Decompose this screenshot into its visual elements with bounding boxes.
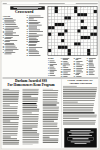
body-subhead — [23, 103, 37, 104]
body-text-line — [63, 116, 96, 117]
grid-cell — [94, 52, 97, 55]
clue-item: 8. — [48, 75, 59, 76]
body-text-line — [23, 116, 39, 117]
body-text-line — [23, 142, 39, 143]
clue-greek-bar — [5, 40, 17, 41]
clue-greek-bar — [76, 58, 81, 59]
body-text-line — [43, 90, 58, 91]
body-text-line — [23, 111, 39, 112]
cell-number: 23 — [84, 16, 85, 17]
crossword-title: Crossword — [2, 10, 46, 14]
article-left-headline: Durham Awarded $$$ For Homeowners Reno P… — [2, 79, 60, 87]
body-text-line — [43, 117, 58, 118]
clue-greek-bar — [4, 20, 15, 21]
body-text-line — [3, 137, 11, 138]
body-text-line — [3, 144, 19, 145]
cell-number: 6 — [68, 7, 69, 8]
body-text-line — [43, 119, 58, 120]
body-text-line — [43, 95, 58, 96]
clue-item: 43. — [74, 76, 85, 77]
body-text-line — [3, 108, 18, 109]
cell-number: 22 — [78, 16, 79, 17]
body-text-line — [3, 96, 19, 97]
body-text-line — [43, 99, 58, 100]
crossword-grid: 1234567891011121314151617181920212223242… — [48, 6, 98, 56]
headline-line-2: Antenna Operation — [69, 82, 92, 85]
cell-number: 14 — [58, 10, 59, 11]
body-text-line — [3, 98, 19, 99]
body-text-line — [23, 96, 32, 97]
body-text-line — [43, 131, 59, 132]
body-text-line — [23, 92, 39, 93]
clue-greek-bar — [29, 17, 43, 18]
body-text-line — [43, 139, 59, 140]
cell-number: 7 — [71, 7, 72, 8]
body-text-line — [63, 93, 96, 94]
body-text-line — [3, 131, 18, 132]
body-text-line — [3, 105, 10, 106]
cell-number: 2 — [52, 7, 53, 8]
body-text-line — [43, 108, 59, 109]
body-text-line — [23, 101, 38, 102]
cell-number: 51 — [49, 42, 50, 43]
body-text-line — [23, 119, 39, 120]
body-text-line — [23, 132, 37, 133]
body-text-line — [23, 130, 38, 131]
clue-item: 39. — [26, 22, 46, 24]
clue-greek-bar — [62, 58, 69, 59]
clue-greek-bar — [76, 76, 81, 77]
clue-greek-bar — [50, 75, 56, 76]
body-text-line — [43, 97, 58, 98]
body-text-line — [23, 89, 39, 90]
cell-number: 5 — [65, 7, 66, 8]
clue-greek-bar — [5, 37, 12, 38]
cell-number: 32 — [62, 26, 63, 27]
body-text-line — [3, 99, 19, 100]
cell-number: 53 — [49, 46, 50, 47]
body-text-line — [43, 133, 59, 134]
folio-date — [76, 3, 98, 4]
body-text-line — [3, 126, 19, 127]
body-text-line — [63, 107, 93, 108]
clue-greek-bar — [89, 60, 93, 61]
cell-number: 33 — [88, 26, 89, 27]
clue-item: 59. — [86, 74, 97, 75]
body-text-line — [3, 117, 19, 118]
body-text-line — [63, 120, 96, 121]
clue-greek-bar — [5, 28, 19, 29]
cell-number: 64 — [71, 52, 72, 53]
body-text-line — [23, 123, 38, 124]
clue-greek-bar — [89, 74, 94, 75]
body-text-line — [23, 107, 37, 108]
body-text-line — [23, 109, 40, 110]
body-text-line — [3, 91, 20, 92]
body-text-line — [63, 105, 94, 106]
cell-number: 65 — [91, 52, 92, 53]
clue-item: 24. — [3, 40, 23, 42]
clue-item: 51. — [26, 34, 46, 36]
cell-number: 24 — [49, 20, 50, 21]
clue-greek-bar — [50, 70, 57, 71]
clue-item: 57. — [26, 44, 46, 46]
cell-number: 27 — [84, 20, 85, 21]
body-text-line — [23, 99, 38, 100]
clue-item: 54. — [26, 41, 46, 43]
article-left-body — [3, 89, 60, 148]
body-text-line — [63, 88, 97, 89]
cell-number: 34 — [49, 29, 50, 30]
clue-greek-bar — [29, 55, 40, 56]
clue-greek-bar — [29, 44, 36, 45]
body-text-line — [43, 121, 54, 122]
clue-greek-bar — [29, 35, 43, 36]
body-text-line — [23, 112, 32, 113]
cell-number: 29 — [65, 23, 66, 24]
body-text-line — [23, 139, 39, 140]
body-text-line — [43, 126, 57, 127]
body-text-line — [63, 86, 77, 87]
article-right-headline: Learn About Free TV Antenna Operation — [63, 78, 98, 85]
body-text-line — [63, 91, 96, 92]
body-text-line — [43, 101, 57, 102]
body-text-line — [23, 91, 39, 92]
body-text-line — [23, 135, 39, 136]
body-text-line — [23, 137, 39, 138]
body-subhead — [43, 104, 57, 105]
body-text-line — [43, 114, 59, 115]
cell-number: 56 — [78, 46, 79, 47]
body-text-line — [63, 122, 95, 123]
cell-number: 3 — [58, 7, 59, 8]
cell-number: 12 — [91, 7, 92, 8]
clue-greek-bar — [5, 52, 15, 53]
body-text-line — [23, 141, 39, 142]
cell-number: 25 — [65, 20, 66, 21]
body-text-line — [3, 128, 18, 129]
clue-greek-bar — [29, 41, 39, 42]
clue-item: 30. — [3, 49, 23, 51]
body-text-line — [3, 138, 17, 139]
cell-number: 54 — [68, 46, 69, 47]
cell-number: 45 — [94, 36, 95, 37]
cell-number: 20 — [49, 16, 50, 17]
body-text-line — [3, 135, 18, 136]
cell-number: 63 — [49, 52, 50, 53]
kicker-text-line — [17, 8, 38, 9]
body-text-line — [3, 140, 20, 141]
body-text-line — [3, 94, 19, 95]
body-text-line — [63, 96, 95, 97]
body-text-line — [23, 121, 38, 122]
body-text-line — [63, 103, 94, 104]
cell-number: 17 — [75, 13, 76, 14]
body-text-line — [23, 94, 39, 95]
body-text-line — [3, 142, 19, 143]
cell-number: 30 — [55, 26, 56, 27]
cell-number: 9 — [81, 7, 82, 8]
body-text-line — [63, 118, 79, 119]
body-text-line — [63, 124, 95, 125]
cell-number: 1 — [49, 7, 50, 8]
clue-item: 6. — [48, 70, 59, 72]
cell-number: 47 — [65, 39, 66, 40]
cell-number: 50 — [88, 39, 89, 40]
cell-number: 49 — [84, 39, 85, 40]
body-text-line — [23, 125, 38, 126]
cell-number: 40 — [65, 33, 66, 34]
clue-greek-bar — [29, 50, 37, 51]
cell-number: 19 — [94, 13, 95, 14]
ad-text-line — [72, 133, 90, 134]
body-text-line — [43, 142, 58, 143]
ad-text-line — [71, 141, 91, 142]
cell-number: 39 — [52, 33, 53, 34]
body-text-line — [43, 140, 58, 141]
cell-number: 16 — [49, 13, 50, 14]
clue-item: 63. — [26, 50, 46, 52]
body-text-line — [3, 121, 11, 122]
clue-item: 21. — [3, 37, 23, 39]
body-text-line — [3, 112, 18, 113]
cell-number: 28 — [49, 23, 50, 24]
cell-number: 8 — [78, 7, 79, 8]
cell-number: 55 — [75, 46, 76, 47]
body-text-line — [3, 106, 18, 107]
body-text-line — [63, 109, 93, 110]
cell-number: 58 — [58, 49, 59, 50]
clue-greek-bar — [5, 32, 16, 33]
headline-line-2: For Homeowners Reno Program — [7, 83, 54, 87]
clue-greek-bar — [89, 63, 93, 64]
article-right-body — [63, 86, 98, 128]
cell-number: 21 — [71, 16, 72, 17]
cell-number: 60 — [65, 49, 66, 50]
body-text-line — [43, 110, 59, 111]
cell-number: 11 — [88, 7, 89, 8]
body-text-line — [3, 129, 18, 130]
cell-number: 4 — [62, 7, 63, 8]
cell-number: 36 — [68, 29, 69, 30]
clue-item: 26. — [61, 76, 72, 77]
down-clue-list: DOWN1.2.3.4.5.6.7.8.9.10.11.12.17.19.22.… — [48, 58, 98, 78]
body-text-line — [3, 114, 17, 115]
folio-paper-name — [39, 3, 65, 4]
cell-number: 26 — [68, 20, 69, 21]
clue-item: 18. — [3, 32, 23, 34]
clue-greek-bar — [5, 49, 18, 50]
cell-number: 59 — [62, 49, 63, 50]
clue-greek-bar — [63, 76, 67, 77]
body-text-line — [43, 112, 59, 113]
clue-item: 42. — [26, 26, 46, 28]
cell-number: 62 — [91, 49, 92, 50]
cell-number: 13 — [49, 10, 50, 11]
cell-number: 44 — [91, 36, 92, 37]
body-text-line — [43, 107, 59, 108]
clue-item: 15. — [3, 28, 23, 30]
cell-number: 38 — [84, 29, 85, 30]
body-text-line — [23, 98, 38, 99]
body-text-line — [3, 92, 19, 93]
clue-greek-bar — [5, 53, 12, 54]
body-text-line — [43, 123, 58, 124]
cell-number: 35 — [52, 29, 53, 30]
cell-number: 42 — [49, 36, 50, 37]
body-text-line — [23, 118, 39, 119]
body-text-line — [43, 130, 59, 131]
body-text-line — [3, 115, 20, 116]
body-text-line — [23, 128, 33, 129]
ad-text-line — [69, 135, 92, 136]
body-text-line — [63, 98, 95, 99]
ad-box — [64, 128, 97, 147]
body-text-line — [63, 115, 97, 116]
clue-item: 27. — [3, 43, 23, 45]
body-text-line — [43, 137, 50, 138]
body-text-line — [23, 134, 40, 135]
body-text-line — [43, 124, 58, 125]
body-text-line — [43, 103, 60, 104]
body-text-line — [43, 94, 58, 95]
clue-item: 33. — [3, 52, 23, 54]
body-text-line — [3, 119, 19, 120]
clue-item: 3. — [48, 64, 59, 66]
clue-item: 3. — [3, 19, 23, 21]
body-text-line — [43, 128, 60, 129]
body-text-line — [63, 89, 97, 90]
body-text-line — [3, 133, 18, 134]
body-text-line — [43, 135, 59, 136]
body-text-line — [3, 122, 19, 123]
cell-number: 52 — [81, 42, 82, 43]
ad-title-line — [68, 132, 94, 133]
body-text-line — [63, 102, 78, 103]
body-text-line — [43, 92, 58, 93]
ad-framed-strip — [68, 137, 94, 141]
across-clue-list: ACROSS1.3.8.13.14.15.16.18.20.21.24.27.2… — [3, 15, 47, 77]
clue-greek-bar — [29, 22, 40, 23]
ad-text-line — [70, 130, 91, 131]
body-text-line — [3, 124, 19, 125]
cell-number: 57 — [52, 49, 53, 50]
cell-number: 37 — [81, 29, 82, 30]
body-text-line — [23, 114, 39, 115]
ad-frame-text — [73, 138, 89, 139]
cell-number: 48 — [81, 39, 82, 40]
clue-greek-bar — [76, 73, 80, 74]
clue-greek-bar — [63, 64, 70, 65]
body-text-line — [63, 95, 96, 96]
cell-number: 61 — [71, 49, 72, 50]
body-text-line — [43, 116, 58, 117]
body-text-line — [63, 100, 95, 101]
ad-text-line — [75, 143, 87, 144]
clue-greek-bar — [50, 64, 57, 65]
clue-item: 36. — [26, 17, 46, 19]
clue-greek-bar — [5, 43, 14, 44]
cell-number: 46 — [49, 39, 50, 40]
cell-number: 31 — [58, 26, 59, 27]
body-text-line — [23, 105, 38, 106]
body-text-line — [3, 89, 10, 90]
cell-number: 15 — [78, 10, 79, 11]
clue-item: 65. — [26, 55, 46, 56]
body-text-line — [3, 110, 18, 111]
cell-number: 18 — [88, 13, 89, 14]
body-subhead — [63, 112, 95, 113]
newspaper-page: Crossword 123456789101112131415161718192… — [1, 1, 99, 149]
body-text-line — [3, 103, 18, 104]
clue-greek-bar — [29, 27, 37, 28]
cell-number: 43 — [58, 36, 59, 37]
body-text-line — [23, 127, 38, 128]
body-text-line — [63, 111, 93, 112]
cell-number: 10 — [84, 7, 85, 8]
page-viewport: Crossword 123456789101112131415161718192… — [0, 0, 100, 150]
folio-page-number — [3, 3, 7, 4]
body-text-line — [3, 101, 19, 102]
cell-number: 41 — [78, 33, 79, 34]
